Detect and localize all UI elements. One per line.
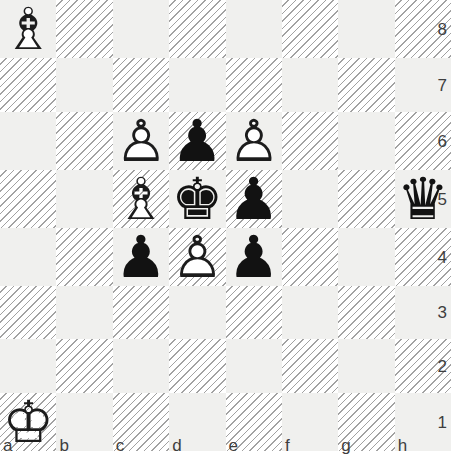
square-d1[interactable]: d: [169, 393, 225, 451]
square-g8[interactable]: [338, 0, 394, 58]
square-d6[interactable]: ♟: [169, 112, 225, 170]
piece-glyph: ♛: [397, 170, 449, 228]
square-g3[interactable]: [338, 286, 394, 340]
piece-glyph: ♚: [171, 170, 223, 228]
square-h6[interactable]: 6: [395, 112, 451, 170]
file-label-f: f: [285, 437, 290, 454]
rank-label-2: 2: [438, 358, 447, 375]
square-e1[interactable]: e: [226, 393, 282, 451]
piece-glyph: ♟: [228, 228, 280, 286]
square-f1[interactable]: f: [282, 393, 338, 451]
piece-white-king[interactable]: ♚♔: [0, 393, 56, 451]
file-label-c: c: [116, 437, 125, 454]
square-g6[interactable]: [338, 112, 394, 170]
square-d3[interactable]: [169, 286, 225, 340]
square-b8[interactable]: [56, 0, 112, 58]
square-g2[interactable]: [338, 339, 394, 393]
piece-glyph: ♟: [228, 170, 280, 228]
square-e5[interactable]: ♟: [226, 170, 282, 228]
rank-label-3: 3: [438, 304, 447, 321]
square-a5[interactable]: [0, 170, 56, 228]
file-label-e: e: [229, 437, 238, 454]
square-a4[interactable]: [0, 228, 56, 286]
square-g4[interactable]: [338, 228, 394, 286]
square-b2[interactable]: [56, 339, 112, 393]
piece-white-bishop[interactable]: ♝♗: [113, 170, 169, 228]
square-c2[interactable]: [113, 339, 169, 393]
square-e4[interactable]: ♟: [226, 228, 282, 286]
square-h5[interactable]: ♛5: [395, 170, 451, 228]
square-e6[interactable]: ♟♙: [226, 112, 282, 170]
piece-glyph: ♗: [115, 170, 167, 228]
square-a8[interactable]: ♝♗: [0, 0, 56, 58]
file-label-d: d: [172, 437, 181, 454]
piece-glyph: ♟: [115, 228, 167, 286]
piece-black-pawn[interactable]: ♟: [226, 228, 282, 286]
square-a2[interactable]: [0, 339, 56, 393]
square-c7[interactable]: [113, 58, 169, 112]
square-f4[interactable]: [282, 228, 338, 286]
square-b1[interactable]: b: [56, 393, 112, 451]
piece-black-queen[interactable]: ♛: [395, 170, 451, 228]
square-f3[interactable]: [282, 286, 338, 340]
rank-label-4: 4: [438, 248, 447, 265]
square-f6[interactable]: [282, 112, 338, 170]
piece-glyph: ♙: [228, 112, 280, 170]
file-label-b: b: [59, 437, 68, 454]
rank-label-7: 7: [438, 76, 447, 93]
square-a3[interactable]: [0, 286, 56, 340]
square-d5[interactable]: ♚: [169, 170, 225, 228]
piece-white-pawn[interactable]: ♟♙: [113, 112, 169, 170]
rank-label-6: 6: [438, 132, 447, 149]
piece-white-bishop[interactable]: ♝♗: [0, 0, 56, 58]
square-e3[interactable]: [226, 286, 282, 340]
piece-white-pawn[interactable]: ♟♙: [169, 228, 225, 286]
square-e7[interactable]: [226, 58, 282, 112]
square-c5[interactable]: ♝♗: [113, 170, 169, 228]
rank-label-8: 8: [438, 21, 447, 38]
square-f8[interactable]: [282, 0, 338, 58]
file-label-h: h: [398, 437, 407, 454]
square-b7[interactable]: [56, 58, 112, 112]
square-e8[interactable]: [226, 0, 282, 58]
square-g1[interactable]: g: [338, 393, 394, 451]
square-g7[interactable]: [338, 58, 394, 112]
piece-black-king[interactable]: ♚: [169, 170, 225, 228]
square-h1[interactable]: h1: [395, 393, 451, 451]
square-g5[interactable]: [338, 170, 394, 228]
piece-glyph: ♙: [171, 228, 223, 286]
square-h3[interactable]: 3: [395, 286, 451, 340]
square-h8[interactable]: 8: [395, 0, 451, 58]
piece-white-pawn[interactable]: ♟♙: [226, 112, 282, 170]
square-c4[interactable]: ♟: [113, 228, 169, 286]
square-c8[interactable]: [113, 0, 169, 58]
square-c6[interactable]: ♟♙: [113, 112, 169, 170]
piece-glyph: ♟: [171, 112, 223, 170]
rank-label-1: 1: [438, 414, 447, 431]
square-d2[interactable]: [169, 339, 225, 393]
piece-glyph: ♙: [115, 112, 167, 170]
square-a6[interactable]: [0, 112, 56, 170]
square-h2[interactable]: 2: [395, 339, 451, 393]
square-e2[interactable]: [226, 339, 282, 393]
square-b5[interactable]: [56, 170, 112, 228]
chess-board: ♝♗87♟♙♟♟♙6♝♗♚♟♛5♟♟♙♟432♚♔abcdefgh1: [0, 0, 451, 451]
square-h4[interactable]: 4: [395, 228, 451, 286]
square-f7[interactable]: [282, 58, 338, 112]
square-b4[interactable]: [56, 228, 112, 286]
square-c3[interactable]: [113, 286, 169, 340]
square-b6[interactable]: [56, 112, 112, 170]
square-d4[interactable]: ♟♙: [169, 228, 225, 286]
square-b3[interactable]: [56, 286, 112, 340]
square-a7[interactable]: [0, 58, 56, 112]
file-label-g: g: [341, 437, 350, 454]
square-h7[interactable]: 7: [395, 58, 451, 112]
square-f5[interactable]: [282, 170, 338, 228]
square-d8[interactable]: [169, 0, 225, 58]
square-c1[interactable]: c: [113, 393, 169, 451]
piece-glyph: ♔: [2, 393, 54, 451]
piece-black-pawn[interactable]: ♟: [226, 170, 282, 228]
square-f2[interactable]: [282, 339, 338, 393]
square-a1[interactable]: ♚♔a: [0, 393, 56, 451]
piece-glyph: ♗: [2, 0, 54, 58]
square-d7[interactable]: [169, 58, 225, 112]
piece-black-pawn[interactable]: ♟: [113, 228, 169, 286]
piece-black-pawn[interactable]: ♟: [169, 112, 225, 170]
